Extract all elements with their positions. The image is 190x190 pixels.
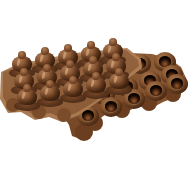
hole-opening	[171, 78, 183, 89]
cone-tip	[23, 84, 31, 92]
mold-fill-hole	[100, 97, 122, 117]
cone-tip	[109, 38, 117, 46]
product-photo	[0, 0, 190, 190]
mold-fill-hole	[145, 81, 167, 101]
cone-tip	[43, 64, 51, 72]
tray-edge-scallop	[57, 108, 71, 122]
cone-tip	[69, 76, 77, 84]
cone-tip	[66, 60, 74, 68]
cone-tip	[46, 80, 54, 88]
hole-opening	[82, 110, 94, 121]
hole-opening	[105, 101, 117, 112]
cone-tip	[92, 72, 100, 80]
cone-tip	[41, 47, 49, 55]
mold-cavity-cone	[106, 71, 132, 95]
cone-tip	[89, 56, 97, 64]
cone-tip	[87, 41, 95, 49]
cone-tip	[115, 68, 123, 76]
cone-tip	[18, 51, 26, 59]
cone-tip	[64, 44, 72, 52]
cone-tip	[112, 53, 120, 61]
hole-opening	[150, 85, 162, 96]
cone-tip	[20, 68, 28, 76]
mold-fill-hole	[166, 74, 188, 94]
